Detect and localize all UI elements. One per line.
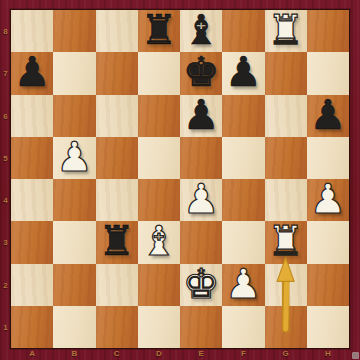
rank-label-4: 4 bbox=[0, 196, 11, 205]
square-c4[interactable] bbox=[96, 179, 138, 221]
square-e7[interactable]: ♚ bbox=[180, 52, 222, 94]
square-h8[interactable] bbox=[307, 10, 349, 52]
square-a5[interactable] bbox=[11, 137, 53, 179]
piece-white-king[interactable]: ♚ bbox=[183, 263, 220, 305]
piece-black-pawn[interactable]: ♟ bbox=[309, 94, 346, 136]
file-label-f: F bbox=[241, 349, 246, 358]
square-b6[interactable] bbox=[53, 95, 95, 137]
square-g5[interactable] bbox=[265, 137, 307, 179]
piece-white-pawn[interactable]: ♟ bbox=[183, 178, 220, 220]
file-label-d: D bbox=[156, 349, 162, 358]
square-f4[interactable] bbox=[222, 179, 264, 221]
rank-label-7: 7 bbox=[0, 69, 11, 78]
square-h2[interactable] bbox=[307, 264, 349, 306]
square-c7[interactable] bbox=[96, 52, 138, 94]
square-d3[interactable]: ♝ bbox=[138, 221, 180, 263]
square-d4[interactable] bbox=[138, 179, 180, 221]
square-e5[interactable] bbox=[180, 137, 222, 179]
square-f6[interactable] bbox=[222, 95, 264, 137]
square-e8[interactable]: ♝ bbox=[180, 10, 222, 52]
square-g4[interactable] bbox=[265, 179, 307, 221]
square-e1[interactable] bbox=[180, 306, 222, 348]
square-d7[interactable] bbox=[138, 52, 180, 94]
square-g3[interactable]: ♜ bbox=[265, 221, 307, 263]
file-label-g: G bbox=[283, 349, 289, 358]
square-e2[interactable]: ♚ bbox=[180, 264, 222, 306]
square-a8[interactable] bbox=[11, 10, 53, 52]
rank-label-2: 2 bbox=[0, 280, 11, 289]
square-e6[interactable]: ♟ bbox=[180, 95, 222, 137]
square-d6[interactable] bbox=[138, 95, 180, 137]
square-c5[interactable] bbox=[96, 137, 138, 179]
square-e4[interactable]: ♟ bbox=[180, 179, 222, 221]
square-a1[interactable] bbox=[11, 306, 53, 348]
piece-white-pawn[interactable]: ♟ bbox=[309, 178, 346, 220]
square-b1[interactable] bbox=[53, 306, 95, 348]
square-a2[interactable] bbox=[11, 264, 53, 306]
square-f5[interactable] bbox=[222, 137, 264, 179]
square-b2[interactable] bbox=[53, 264, 95, 306]
square-g1[interactable] bbox=[265, 306, 307, 348]
square-a4[interactable] bbox=[11, 179, 53, 221]
square-h6[interactable]: ♟ bbox=[307, 95, 349, 137]
piece-black-rook[interactable]: ♜ bbox=[98, 220, 135, 262]
square-g6[interactable] bbox=[265, 95, 307, 137]
square-h1[interactable] bbox=[307, 306, 349, 348]
chess-board: ♜♝♜♟♚♟♟♟♟♟♟♜♝♜♚♟ bbox=[11, 10, 349, 348]
file-label-b: B bbox=[71, 349, 77, 358]
square-d5[interactable] bbox=[138, 137, 180, 179]
square-b4[interactable] bbox=[53, 179, 95, 221]
square-h5[interactable] bbox=[307, 137, 349, 179]
square-c3[interactable]: ♜ bbox=[96, 221, 138, 263]
square-c2[interactable] bbox=[96, 264, 138, 306]
square-g7[interactable] bbox=[265, 52, 307, 94]
piece-black-pawn[interactable]: ♟ bbox=[225, 51, 262, 93]
square-f8[interactable] bbox=[222, 10, 264, 52]
file-label-c: C bbox=[114, 349, 120, 358]
square-b3[interactable] bbox=[53, 221, 95, 263]
piece-black-pawn[interactable]: ♟ bbox=[14, 51, 51, 93]
square-c6[interactable] bbox=[96, 95, 138, 137]
piece-white-rook[interactable]: ♜ bbox=[267, 220, 304, 262]
rank-label-8: 8 bbox=[0, 27, 11, 36]
square-d8[interactable]: ♜ bbox=[138, 10, 180, 52]
square-b8[interactable] bbox=[53, 10, 95, 52]
rank-label-3: 3 bbox=[0, 238, 11, 247]
file-label-e: E bbox=[198, 349, 203, 358]
file-label-h: H bbox=[325, 349, 331, 358]
piece-white-pawn[interactable]: ♟ bbox=[225, 263, 262, 305]
square-f7[interactable]: ♟ bbox=[222, 52, 264, 94]
piece-white-bishop[interactable]: ♝ bbox=[140, 220, 177, 262]
square-h7[interactable] bbox=[307, 52, 349, 94]
rank-label-1: 1 bbox=[0, 322, 11, 331]
chess-app-window: ♜♝♜♟♚♟♟♟♟♟♟♜♝♜♚♟ 87654321 ABCDEFGH bbox=[0, 0, 360, 360]
piece-black-rook[interactable]: ♜ bbox=[140, 9, 177, 51]
rank-label-6: 6 bbox=[0, 111, 11, 120]
piece-black-bishop[interactable]: ♝ bbox=[183, 9, 220, 51]
square-a7[interactable]: ♟ bbox=[11, 52, 53, 94]
square-b7[interactable] bbox=[53, 52, 95, 94]
square-f1[interactable] bbox=[222, 306, 264, 348]
square-f3[interactable] bbox=[222, 221, 264, 263]
piece-black-pawn[interactable]: ♟ bbox=[183, 94, 220, 136]
file-label-a: A bbox=[29, 349, 35, 358]
square-c8[interactable] bbox=[96, 10, 138, 52]
square-d1[interactable] bbox=[138, 306, 180, 348]
rank-label-5: 5 bbox=[0, 153, 11, 162]
square-e3[interactable] bbox=[180, 221, 222, 263]
corner-marker-icon bbox=[352, 352, 359, 359]
square-a6[interactable] bbox=[11, 95, 53, 137]
square-h3[interactable] bbox=[307, 221, 349, 263]
piece-white-rook[interactable]: ♜ bbox=[267, 9, 304, 51]
square-g2[interactable] bbox=[265, 264, 307, 306]
square-a3[interactable] bbox=[11, 221, 53, 263]
square-f2[interactable]: ♟ bbox=[222, 264, 264, 306]
piece-black-king[interactable]: ♚ bbox=[183, 51, 220, 93]
square-c1[interactable] bbox=[96, 306, 138, 348]
square-b5[interactable]: ♟ bbox=[53, 137, 95, 179]
square-h4[interactable]: ♟ bbox=[307, 179, 349, 221]
square-g8[interactable]: ♜ bbox=[265, 10, 307, 52]
piece-white-pawn[interactable]: ♟ bbox=[56, 136, 93, 178]
square-d2[interactable] bbox=[138, 264, 180, 306]
